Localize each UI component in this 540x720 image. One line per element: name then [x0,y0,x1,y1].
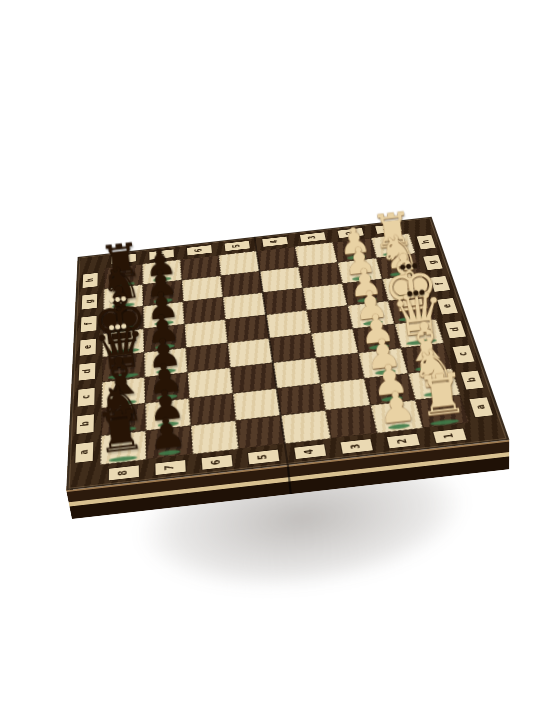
rank-label-text: 1 [443,433,456,439]
file-label-text: c [81,394,91,399]
black-pawn-icon: ♟ [146,411,188,455]
file-label-text: c [458,352,469,357]
file-label-text: d [82,369,92,374]
rank-label-text: 6 [194,248,203,252]
file-label-text: a [475,404,487,410]
coordinate-plate: 3 [299,232,325,242]
white-rook-icon: ♜ [414,367,469,425]
file-label-text: g [428,260,439,265]
piece-white-rook-a1: ♜ [414,367,469,425]
rank-label-text: 2 [397,438,409,444]
coordinate-plate: 6 [201,455,232,470]
file-label-text: h [421,240,431,244]
piece-white-pawn-a2: ♟ [376,385,418,429]
board-3d-scene: 87654321h♜♟♟♜hg♞♟♟♞gf♝♟♟♝fe♚♟♟♚ed♛♟♟♛dc♝… [50,119,488,557]
coordinate-plate: d [79,362,96,380]
file-label-text: b [466,377,478,383]
coordinate-plate: 1 [433,429,466,444]
coordinate-plate: 4 [262,237,288,247]
fold-seam-front [287,465,292,494]
rank-label-text: 4 [304,449,316,455]
white-pawn-icon: ♟ [376,385,418,429]
file-label-text: d [449,327,460,332]
coordinate-plate: 7 [155,460,185,475]
rank-label-text: 6 [211,459,222,465]
file-label-text: b [80,421,91,427]
coordinate-plate: a [469,397,492,417]
rank-label-text: 5 [232,244,241,248]
coordinate-plate: 2 [386,434,419,449]
square-b4 [277,383,326,415]
coordinate-plate: a [75,442,93,463]
file-label-text: h [86,278,95,283]
rank-label-text: 3 [350,443,362,449]
rank-label-text: 8 [118,470,129,476]
rank-label-text: 4 [270,240,280,244]
coordinate-plate: b [77,414,95,434]
coordinate-plate: 6 [186,245,211,255]
rank-label-text: 3 [308,235,318,239]
coordinate-plate: 4 [294,444,326,459]
rank-label-text: 7 [164,464,175,470]
product-photo: 87654321h♜♟♟♜hg♞♟♟♞gf♝♟♟♝fe♚♟♟♚ed♛♟♟♛dc♝… [0,0,540,720]
coordinate-plate: 5 [224,241,249,251]
coordinate-plate: 8 [108,465,138,480]
square-a8: ♜ [100,431,146,465]
coordinate-plate: 3 [340,439,372,454]
piece-black-pawn-a7: ♟ [146,411,188,455]
coordinate-plate: 5 [247,450,278,465]
file-label-text: e [83,344,93,349]
square-b3 [320,378,370,410]
rank-label-text: 5 [257,454,269,460]
square-d5 [228,338,273,367]
square-b6 [189,393,236,425]
black-rook-icon: ♜ [93,403,148,461]
piece-black-rook-a8: ♜ [93,403,148,461]
square-b5 [233,388,281,420]
file-label-text: a [79,449,90,455]
folding-chess-board: 87654321h♜♟♟♜hg♞♟♟♞gf♝♟♟♝fe♚♟♟♚ed♛♟♟♛dc♝… [66,217,509,491]
board-perspective-wrap: 87654321h♜♟♟♜hg♞♟♟♞gf♝♟♟♝fe♚♟♟♚ed♛♟♟♛dc♝… [50,119,496,621]
square-d4 [269,333,315,362]
